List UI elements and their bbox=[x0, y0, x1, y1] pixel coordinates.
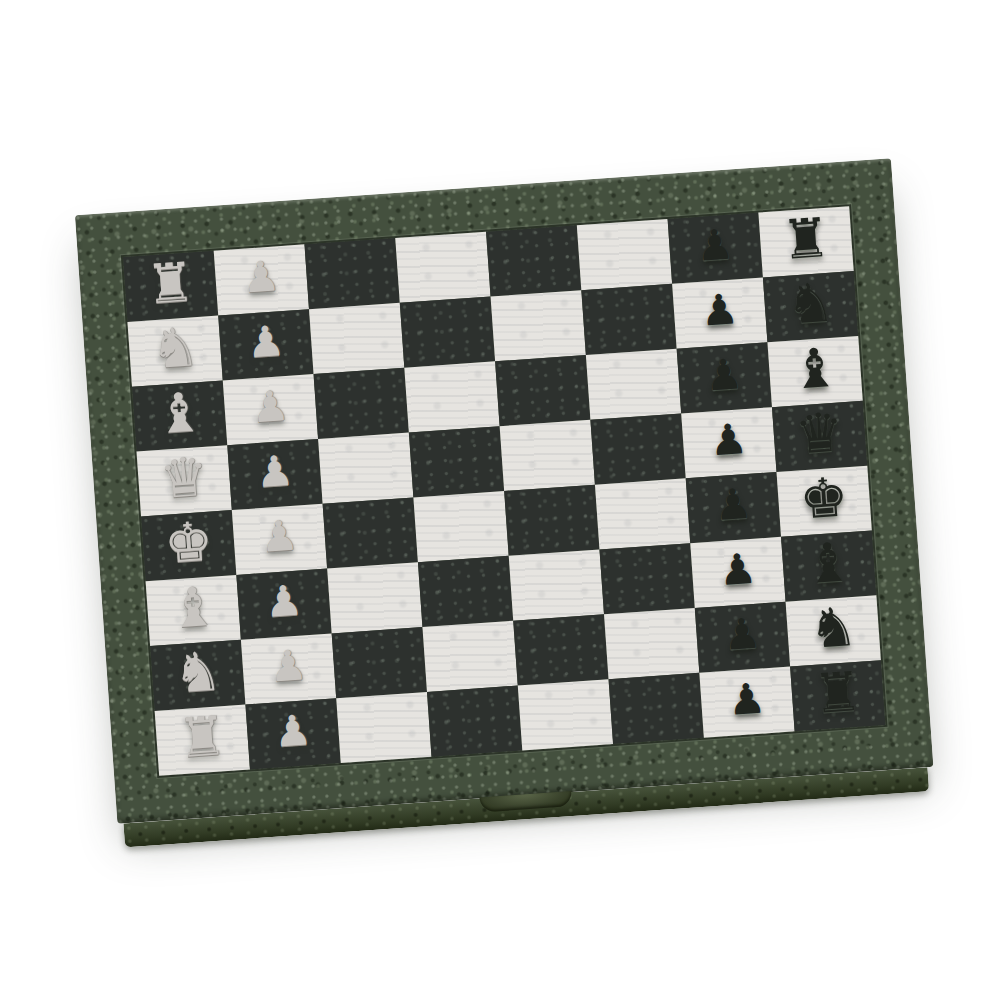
square-r3c5[interactable] bbox=[590, 413, 685, 484]
square-r1c1[interactable]: ♟ bbox=[218, 309, 313, 380]
black-bishop[interactable]: ♝ bbox=[789, 340, 841, 397]
square-r3c3[interactable] bbox=[409, 426, 504, 497]
square-r1c6[interactable]: ♟ bbox=[672, 277, 767, 348]
square-r7c5[interactable] bbox=[609, 673, 704, 744]
square-r6c3[interactable] bbox=[422, 621, 517, 692]
board-grid: ♜♟♟♜♞♟♟♞♝♟♟♝♛♟♟♛♚♟♟♚♝♟♟♝♞♟♟♞♜♟♟♜ bbox=[123, 206, 886, 776]
square-r6c5[interactable] bbox=[604, 608, 699, 679]
square-r4c2[interactable] bbox=[323, 497, 418, 568]
square-r2c5[interactable] bbox=[586, 349, 681, 420]
square-r5c2[interactable] bbox=[327, 562, 422, 633]
black-queen[interactable]: ♛ bbox=[793, 405, 845, 462]
white-knight[interactable]: ♞ bbox=[149, 320, 201, 377]
square-r0c1[interactable]: ♟ bbox=[214, 244, 309, 315]
square-r1c2[interactable] bbox=[309, 303, 404, 374]
white-king[interactable]: ♚ bbox=[162, 514, 214, 571]
black-knight[interactable]: ♞ bbox=[807, 599, 859, 656]
square-r6c4[interactable] bbox=[513, 614, 608, 685]
black-bishop[interactable]: ♝ bbox=[802, 534, 854, 591]
square-r4c0[interactable]: ♚ bbox=[141, 510, 236, 581]
square-r5c3[interactable] bbox=[418, 556, 513, 627]
square-r6c6[interactable]: ♟ bbox=[695, 602, 790, 673]
board-border: ♜♟♟♜♞♟♟♞♝♟♟♝♛♟♟♛♚♟♟♚♝♟♟♝♞♟♟♞♜♟♟♜ bbox=[75, 158, 934, 824]
square-r1c0[interactable]: ♞ bbox=[127, 316, 222, 387]
square-r2c6[interactable]: ♟ bbox=[677, 342, 772, 413]
square-r7c7[interactable]: ♜ bbox=[790, 660, 885, 731]
square-r2c4[interactable] bbox=[495, 355, 590, 426]
square-r0c0[interactable]: ♜ bbox=[123, 251, 218, 322]
square-r4c1[interactable]: ♟ bbox=[232, 504, 327, 575]
square-r5c7[interactable]: ♝ bbox=[781, 530, 876, 601]
square-r4c4[interactable] bbox=[504, 485, 599, 556]
black-pawn[interactable]: ♟ bbox=[713, 482, 753, 527]
square-r7c6[interactable]: ♟ bbox=[699, 667, 794, 738]
white-bishop[interactable]: ♝ bbox=[153, 384, 205, 441]
white-rook[interactable]: ♜ bbox=[176, 709, 228, 766]
square-r2c7[interactable]: ♝ bbox=[767, 336, 862, 407]
white-pawn[interactable]: ♟ bbox=[264, 579, 304, 624]
square-r0c3[interactable] bbox=[395, 232, 490, 303]
white-bishop[interactable]: ♝ bbox=[167, 579, 219, 636]
square-r5c6[interactable]: ♟ bbox=[690, 537, 785, 608]
white-pawn[interactable]: ♟ bbox=[273, 709, 313, 754]
square-r1c7[interactable]: ♞ bbox=[763, 271, 858, 342]
square-r3c7[interactable]: ♛ bbox=[772, 401, 867, 472]
square-r0c5[interactable] bbox=[577, 219, 672, 290]
black-pawn[interactable]: ♟ bbox=[699, 288, 739, 333]
black-rook[interactable]: ♜ bbox=[812, 664, 864, 721]
square-r6c7[interactable]: ♞ bbox=[786, 595, 881, 666]
square-r4c5[interactable] bbox=[595, 478, 690, 549]
square-r2c0[interactable]: ♝ bbox=[132, 380, 227, 451]
white-pawn[interactable]: ♟ bbox=[268, 644, 308, 689]
square-r5c5[interactable] bbox=[599, 543, 694, 614]
white-rook[interactable]: ♜ bbox=[144, 255, 196, 312]
square-r5c0[interactable]: ♝ bbox=[146, 575, 241, 646]
square-r1c3[interactable] bbox=[400, 297, 495, 368]
square-r3c1[interactable]: ♟ bbox=[227, 439, 322, 510]
black-pawn[interactable]: ♟ bbox=[708, 417, 748, 462]
white-pawn[interactable]: ♟ bbox=[259, 514, 299, 559]
square-r0c4[interactable] bbox=[486, 225, 581, 296]
square-r7c0[interactable]: ♜ bbox=[155, 705, 250, 776]
white-pawn[interactable]: ♟ bbox=[245, 320, 285, 365]
square-r6c0[interactable]: ♞ bbox=[150, 640, 245, 711]
square-r3c2[interactable] bbox=[318, 433, 413, 504]
chess-board: ♜♟♟♜♞♟♟♞♝♟♟♝♛♟♟♛♚♟♟♚♝♟♟♝♞♟♟♞♜♟♟♜ bbox=[75, 158, 935, 848]
black-pawn[interactable]: ♟ bbox=[727, 677, 767, 722]
square-r3c0[interactable]: ♛ bbox=[137, 445, 232, 516]
black-pawn[interactable]: ♟ bbox=[695, 223, 735, 268]
square-r2c2[interactable] bbox=[314, 368, 409, 439]
square-r4c3[interactable] bbox=[413, 491, 508, 562]
square-r5c1[interactable]: ♟ bbox=[236, 569, 331, 640]
square-r7c2[interactable] bbox=[336, 692, 431, 763]
black-king[interactable]: ♚ bbox=[798, 470, 850, 527]
square-r5c4[interactable] bbox=[509, 550, 604, 621]
black-knight[interactable]: ♞ bbox=[784, 275, 836, 332]
white-pawn[interactable]: ♟ bbox=[250, 384, 290, 429]
square-r3c6[interactable]: ♟ bbox=[681, 407, 776, 478]
square-r1c4[interactable] bbox=[491, 290, 586, 361]
square-r3c4[interactable] bbox=[500, 420, 595, 491]
white-pawn[interactable]: ♟ bbox=[254, 449, 294, 494]
square-r1c5[interactable] bbox=[581, 284, 676, 355]
square-r7c3[interactable] bbox=[427, 686, 522, 757]
square-r7c1[interactable]: ♟ bbox=[245, 698, 340, 769]
square-r0c7[interactable]: ♜ bbox=[758, 206, 853, 277]
square-r6c2[interactable] bbox=[332, 627, 427, 698]
white-knight[interactable]: ♞ bbox=[172, 644, 224, 701]
black-pawn[interactable]: ♟ bbox=[704, 353, 744, 398]
white-pawn[interactable]: ♟ bbox=[241, 255, 281, 300]
square-r0c6[interactable]: ♟ bbox=[668, 213, 763, 284]
square-r4c7[interactable]: ♚ bbox=[776, 466, 871, 537]
black-pawn[interactable]: ♟ bbox=[722, 612, 762, 657]
square-r7c4[interactable] bbox=[518, 679, 613, 750]
square-r2c1[interactable]: ♟ bbox=[223, 374, 318, 445]
square-r2c3[interactable] bbox=[404, 361, 499, 432]
product-photo-scene: ♜♟♟♜♞♟♟♞♝♟♟♝♛♟♟♛♚♟♟♚♝♟♟♝♞♟♟♞♜♟♟♜ bbox=[0, 0, 1000, 1000]
square-r4c6[interactable]: ♟ bbox=[686, 472, 781, 543]
black-pawn[interactable]: ♟ bbox=[717, 547, 757, 592]
square-r0c2[interactable] bbox=[304, 238, 399, 309]
white-queen[interactable]: ♛ bbox=[158, 449, 210, 506]
square-r6c1[interactable]: ♟ bbox=[241, 633, 336, 704]
black-rook[interactable]: ♜ bbox=[780, 210, 832, 267]
